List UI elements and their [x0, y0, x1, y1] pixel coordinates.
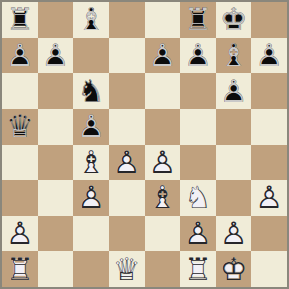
- white-rook-detail: ♖: [180, 251, 216, 287]
- square-h1[interactable]: [251, 251, 287, 287]
- square-f7[interactable]: ♟♙: [180, 38, 216, 74]
- black-pawn[interactable]: ♟♙: [2, 38, 38, 74]
- square-f3[interactable]: ♞♘: [180, 180, 216, 216]
- black-rook-detail: ♖: [2, 2, 38, 38]
- chess-board: ♜♖♝♗♜♖♚♔♟♙♟♙♟♙♟♙♝♗♟♙♞♘♟♙♛♕♟♙♝♗♟♙♟♙♟♙♝♗♞♘…: [0, 0, 289, 289]
- square-b8[interactable]: [38, 2, 74, 38]
- white-pawn[interactable]: ♟♙: [251, 180, 287, 216]
- chessboard-panel: ♜♖♝♗♜♖♚♔♟♙♟♙♟♙♟♙♝♗♟♙♞♘♟♙♛♕♟♙♝♗♟♙♟♙♟♙♝♗♞♘…: [0, 0, 289, 289]
- square-d4[interactable]: ♟♙: [109, 145, 145, 181]
- white-queen-detail: ♕: [109, 251, 145, 287]
- black-king[interactable]: ♚♔: [216, 2, 252, 38]
- black-pawn-detail: ♙: [180, 38, 216, 74]
- square-e1[interactable]: [145, 251, 181, 287]
- black-rook-detail: ♖: [180, 2, 216, 38]
- square-e2[interactable]: [145, 216, 181, 252]
- black-knight-detail: ♘: [73, 73, 109, 109]
- square-c1[interactable]: [73, 251, 109, 287]
- white-pawn[interactable]: ♟♙: [73, 180, 109, 216]
- square-c8[interactable]: ♝♗: [73, 2, 109, 38]
- black-bishop[interactable]: ♝♗: [216, 38, 252, 74]
- black-queen[interactable]: ♛♕: [2, 109, 38, 145]
- square-a3[interactable]: [2, 180, 38, 216]
- white-pawn-detail: ♙: [73, 180, 109, 216]
- white-pawn[interactable]: ♟♙: [180, 216, 216, 252]
- white-bishop[interactable]: ♝♗: [73, 145, 109, 181]
- white-bishop[interactable]: ♝♗: [145, 180, 181, 216]
- square-a6[interactable]: [2, 73, 38, 109]
- square-c2[interactable]: [73, 216, 109, 252]
- white-pawn-detail: ♙: [180, 216, 216, 252]
- square-e8[interactable]: [145, 2, 181, 38]
- white-pawn-detail: ♙: [145, 145, 181, 181]
- black-pawn-detail: ♙: [73, 109, 109, 145]
- white-king[interactable]: ♚♔: [216, 251, 252, 287]
- square-c7[interactable]: [73, 38, 109, 74]
- square-e7[interactable]: ♟♙: [145, 38, 181, 74]
- white-king-detail: ♔: [216, 251, 252, 287]
- square-h5[interactable]: [251, 109, 287, 145]
- white-pawn[interactable]: ♟♙: [109, 145, 145, 181]
- square-g5[interactable]: [216, 109, 252, 145]
- black-pawn[interactable]: ♟♙: [251, 38, 287, 74]
- black-king-detail: ♔: [216, 2, 252, 38]
- square-a5[interactable]: ♛♕: [2, 109, 38, 145]
- square-b2[interactable]: [38, 216, 74, 252]
- square-f4[interactable]: [180, 145, 216, 181]
- black-knight[interactable]: ♞♘: [73, 73, 109, 109]
- black-pawn-detail: ♙: [251, 38, 287, 74]
- square-b5[interactable]: [38, 109, 74, 145]
- square-e4[interactable]: ♟♙: [145, 145, 181, 181]
- white-knight-detail: ♘: [180, 180, 216, 216]
- square-h2[interactable]: [251, 216, 287, 252]
- white-rook[interactable]: ♜♖: [2, 251, 38, 287]
- white-pawn-detail: ♙: [251, 180, 287, 216]
- square-h3[interactable]: ♟♙: [251, 180, 287, 216]
- square-g1[interactable]: ♚♔: [216, 251, 252, 287]
- square-d8[interactable]: [109, 2, 145, 38]
- square-c4[interactable]: ♝♗: [73, 145, 109, 181]
- square-d3[interactable]: [109, 180, 145, 216]
- square-g2[interactable]: ♟♙: [216, 216, 252, 252]
- black-pawn[interactable]: ♟♙: [180, 38, 216, 74]
- square-h4[interactable]: [251, 145, 287, 181]
- square-f2[interactable]: ♟♙: [180, 216, 216, 252]
- black-pawn-detail: ♙: [216, 73, 252, 109]
- square-d6[interactable]: [109, 73, 145, 109]
- white-queen[interactable]: ♛♕: [109, 251, 145, 287]
- square-g7[interactable]: ♝♗: [216, 38, 252, 74]
- white-pawn-detail: ♙: [216, 216, 252, 252]
- square-a4[interactable]: [2, 145, 38, 181]
- square-d1[interactable]: ♛♕: [109, 251, 145, 287]
- black-bishop-detail: ♗: [216, 38, 252, 74]
- square-h7[interactable]: ♟♙: [251, 38, 287, 74]
- square-a8[interactable]: ♜♖: [2, 2, 38, 38]
- white-bishop-detail: ♗: [145, 180, 181, 216]
- square-g8[interactable]: ♚♔: [216, 2, 252, 38]
- white-rook[interactable]: ♜♖: [180, 251, 216, 287]
- white-bishop-detail: ♗: [73, 145, 109, 181]
- square-h6[interactable]: [251, 73, 287, 109]
- square-a1[interactable]: ♜♖: [2, 251, 38, 287]
- white-rook-detail: ♖: [2, 251, 38, 287]
- white-pawn[interactable]: ♟♙: [2, 216, 38, 252]
- square-d5[interactable]: [109, 109, 145, 145]
- black-queen-detail: ♕: [2, 109, 38, 145]
- white-pawn[interactable]: ♟♙: [216, 216, 252, 252]
- square-d2[interactable]: [109, 216, 145, 252]
- square-a2[interactable]: ♟♙: [2, 216, 38, 252]
- black-rook[interactable]: ♜♖: [180, 2, 216, 38]
- black-pawn[interactable]: ♟♙: [73, 109, 109, 145]
- white-pawn-detail: ♙: [109, 145, 145, 181]
- black-pawn-detail: ♙: [2, 38, 38, 74]
- square-f6[interactable]: [180, 73, 216, 109]
- black-rook[interactable]: ♜♖: [2, 2, 38, 38]
- black-bishop-detail: ♗: [73, 2, 109, 38]
- square-e5[interactable]: [145, 109, 181, 145]
- black-pawn-detail: ♙: [38, 38, 74, 74]
- square-c6[interactable]: ♞♘: [73, 73, 109, 109]
- black-pawn[interactable]: ♟♙: [145, 38, 181, 74]
- black-pawn[interactable]: ♟♙: [38, 38, 74, 74]
- black-pawn[interactable]: ♟♙: [216, 73, 252, 109]
- square-c5[interactable]: ♟♙: [73, 109, 109, 145]
- white-pawn-detail: ♙: [2, 216, 38, 252]
- square-g6[interactable]: ♟♙: [216, 73, 252, 109]
- square-f8[interactable]: ♜♖: [180, 2, 216, 38]
- square-c3[interactable]: ♟♙: [73, 180, 109, 216]
- square-b7[interactable]: ♟♙: [38, 38, 74, 74]
- square-g4[interactable]: [216, 145, 252, 181]
- square-b1[interactable]: [38, 251, 74, 287]
- black-bishop[interactable]: ♝♗: [73, 2, 109, 38]
- square-e3[interactable]: ♝♗: [145, 180, 181, 216]
- white-pawn[interactable]: ♟♙: [145, 145, 181, 181]
- white-knight[interactable]: ♞♘: [180, 180, 216, 216]
- square-a7[interactable]: ♟♙: [2, 38, 38, 74]
- square-e6[interactable]: [145, 73, 181, 109]
- square-g3[interactable]: [216, 180, 252, 216]
- square-b4[interactable]: [38, 145, 74, 181]
- black-pawn-detail: ♙: [145, 38, 181, 74]
- square-b6[interactable]: [38, 73, 74, 109]
- square-b3[interactable]: [38, 180, 74, 216]
- square-d7[interactable]: [109, 38, 145, 74]
- square-h8[interactable]: [251, 2, 287, 38]
- square-f5[interactable]: [180, 109, 216, 145]
- square-f1[interactable]: ♜♖: [180, 251, 216, 287]
